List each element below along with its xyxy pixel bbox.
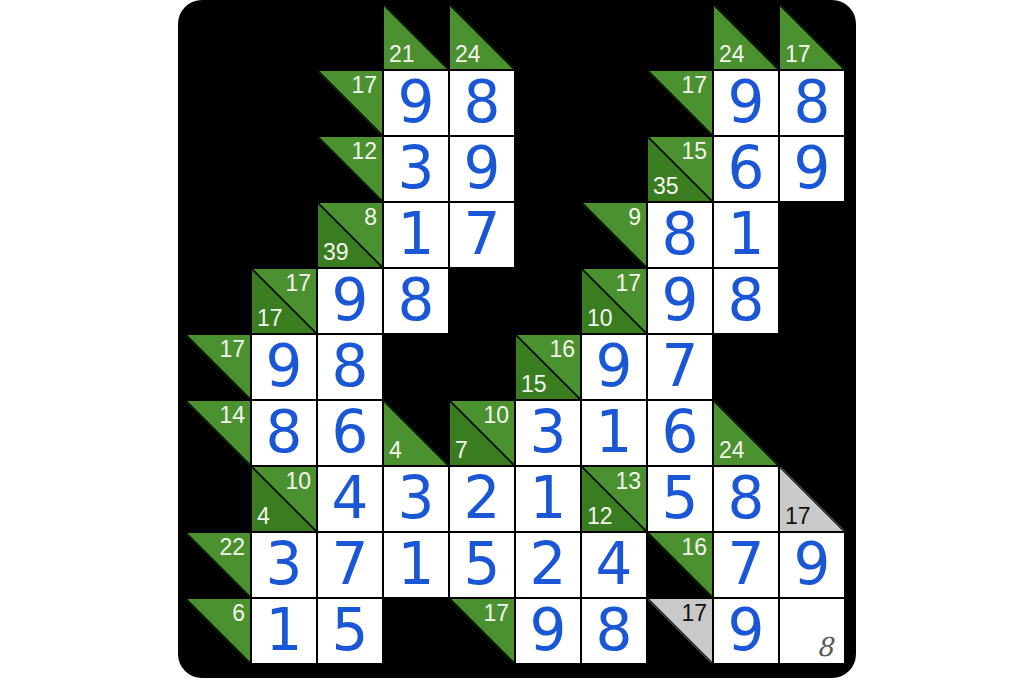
black-cell [185,202,251,268]
black-cell [185,268,251,334]
clue-cell: 104 [251,466,317,532]
filled-cell[interactable]: 8 [449,70,515,136]
clue-cell: 21 [383,4,449,70]
filled-cell[interactable]: 3 [251,532,317,598]
cell-digit: 9 [464,139,501,197]
across-clue-number: 9 [628,206,641,229]
clue-cell: 17 [185,334,251,400]
filled-cell[interactable]: 9 [713,598,779,664]
down-clue-number: 7 [455,439,468,462]
clue-cell: 1312 [581,466,647,532]
black-cell [251,70,317,136]
filled-cell[interactable]: 9 [383,70,449,136]
down-clue-number: 4 [389,439,402,462]
black-cell [185,4,251,70]
cell-digit: 1 [728,205,765,263]
cell-digit: 6 [662,403,699,461]
filled-cell[interactable]: 1 [251,598,317,664]
across-clue-number: 17 [681,602,707,625]
black-cell [515,268,581,334]
filled-cell[interactable]: 8 [779,70,845,136]
cell-digit: 7 [728,535,765,593]
clue-cell: 1717 [251,268,317,334]
cell-digit: 9 [728,73,765,131]
across-clue-number: 14 [219,404,245,427]
clue-cell: 17 [647,598,713,664]
clue-cell: 1710 [581,268,647,334]
cell-digit: 9 [794,139,831,197]
clue-cell: 16 [647,532,713,598]
kakuro-board: 2124241717981798123915356983917981171798… [178,0,856,678]
across-clue-number: 12 [351,140,377,163]
down-clue-number: 17 [785,505,811,528]
clue-cell: 1535 [647,136,713,202]
cell-digit: 8 [332,337,369,395]
filled-cell[interactable]: 9 [515,598,581,664]
cell-digit: 3 [530,403,567,461]
clue-cell: 4 [383,400,449,466]
pencil-mark: 8 [816,634,833,660]
cell-digit: 1 [530,469,567,527]
down-clue-number: 4 [257,505,270,528]
filled-cell[interactable]: 2 [449,466,515,532]
cell-digit: 9 [398,73,435,131]
cell-digit: 9 [266,337,303,395]
empty-cell[interactable]: 8 [779,598,845,664]
filled-cell[interactable]: 9 [449,136,515,202]
across-clue-number: 10 [285,470,311,493]
filled-cell[interactable]: 6 [647,400,713,466]
filled-cell[interactable]: 2 [515,532,581,598]
across-clue-number: 17 [615,272,641,295]
clue-cell: 9 [581,202,647,268]
cell-digit: 3 [398,139,435,197]
black-cell [779,334,845,400]
clue-cell: 24 [449,4,515,70]
cell-digit: 8 [728,271,765,329]
cell-digit: 1 [596,403,633,461]
black-cell [251,202,317,268]
clue-cell: 17 [449,598,515,664]
black-cell [383,334,449,400]
black-cell [581,4,647,70]
cell-digit: 9 [530,601,567,659]
black-cell [317,4,383,70]
filled-cell[interactable]: 6 [317,400,383,466]
filled-cell[interactable]: 9 [251,334,317,400]
cell-digit: 8 [662,205,699,263]
cell-digit: 5 [662,469,699,527]
filled-cell[interactable]: 1 [383,202,449,268]
cell-digit: 8 [464,73,501,131]
black-cell [647,4,713,70]
filled-cell[interactable]: 1 [515,466,581,532]
kakuro-grid: 2124241717981798123915356983917981171798… [185,4,845,664]
clue-cell: 6 [185,598,251,664]
filled-cell[interactable]: 6 [713,136,779,202]
clue-cell: 22 [185,532,251,598]
filled-cell[interactable]: 1 [713,202,779,268]
across-clue-number: 17 [285,272,311,295]
clue-cell: 17 [779,466,845,532]
filled-cell[interactable]: 7 [647,334,713,400]
cell-digit: 6 [728,139,765,197]
clue-cell: 17 [647,70,713,136]
down-clue-number: 10 [587,307,613,330]
filled-cell[interactable]: 8 [713,268,779,334]
black-cell [713,334,779,400]
across-clue-number: 6 [232,602,245,625]
black-cell [779,400,845,466]
clue-cell: 1615 [515,334,581,400]
across-clue-number: 15 [681,140,707,163]
filled-cell[interactable]: 3 [515,400,581,466]
down-clue-number: 17 [785,43,811,66]
filled-cell[interactable]: 8 [581,598,647,664]
down-clue-number: 21 [389,43,415,66]
cell-digit: 9 [662,271,699,329]
filled-cell[interactable]: 9 [647,268,713,334]
filled-cell[interactable]: 9 [779,532,845,598]
black-cell [779,268,845,334]
black-cell [185,136,251,202]
cell-digit: 8 [266,403,303,461]
filled-cell[interactable]: 3 [383,466,449,532]
cell-digit: 8 [728,469,765,527]
cell-digit: 5 [464,535,501,593]
filled-cell[interactable]: 5 [647,466,713,532]
filled-cell[interactable]: 9 [779,136,845,202]
cell-digit: 9 [794,535,831,593]
black-cell [449,334,515,400]
black-cell [251,4,317,70]
filled-cell[interactable]: 7 [317,532,383,598]
black-cell [251,136,317,202]
filled-cell[interactable]: 7 [449,202,515,268]
black-cell [515,136,581,202]
filled-cell[interactable]: 8 [713,466,779,532]
filled-cell[interactable]: 9 [581,334,647,400]
filled-cell[interactable]: 5 [449,532,515,598]
across-clue-number: 17 [351,74,377,97]
cell-digit: 7 [332,535,369,593]
cell-digit: 4 [596,535,633,593]
black-cell [581,70,647,136]
filled-cell[interactable]: 8 [383,268,449,334]
cell-digit: 4 [332,469,369,527]
cell-digit: 6 [332,403,369,461]
black-cell [383,598,449,664]
cell-digit: 7 [464,205,501,263]
across-clue-number: 8 [364,206,377,229]
clue-cell: 17 [317,70,383,136]
down-clue-number: 24 [719,439,745,462]
filled-cell[interactable]: 9 [713,70,779,136]
across-clue-number: 22 [219,536,245,559]
filled-cell[interactable]: 3 [383,136,449,202]
black-cell [515,70,581,136]
black-cell [515,202,581,268]
across-clue-number: 17 [681,74,707,97]
cell-digit: 8 [794,73,831,131]
clue-cell: 17 [779,4,845,70]
cell-digit: 9 [332,271,369,329]
filled-cell[interactable]: 8 [647,202,713,268]
black-cell [185,70,251,136]
across-clue-number: 10 [483,404,509,427]
cell-digit: 9 [596,337,633,395]
cell-digit: 8 [596,601,633,659]
filled-cell[interactable]: 5 [317,598,383,664]
filled-cell[interactable]: 4 [581,532,647,598]
across-clue-number: 16 [549,338,575,361]
black-cell [515,4,581,70]
cell-digit: 8 [398,271,435,329]
filled-cell[interactable]: 4 [317,466,383,532]
cell-digit: 3 [266,535,303,593]
black-cell [449,268,515,334]
down-clue-number: 12 [587,505,613,528]
down-clue-number: 35 [653,175,679,198]
down-clue-number: 17 [257,307,283,330]
black-cell [581,136,647,202]
cell-digit: 7 [662,337,699,395]
clue-cell: 24 [713,400,779,466]
across-clue-number: 17 [219,338,245,361]
cell-digit: 1 [398,205,435,263]
clue-cell: 14 [185,400,251,466]
down-clue-number: 39 [323,241,349,264]
cell-digit: 2 [464,469,501,527]
down-clue-number: 24 [455,43,481,66]
cell-digit: 3 [398,469,435,527]
across-clue-number: 16 [681,536,707,559]
black-cell [185,466,251,532]
filled-cell[interactable]: 1 [383,532,449,598]
clue-cell: 107 [449,400,515,466]
cell-digit: 1 [266,601,303,659]
clue-cell: 12 [317,136,383,202]
filled-cell[interactable]: 9 [317,268,383,334]
black-cell [779,202,845,268]
down-clue-number: 24 [719,43,745,66]
clue-cell: 24 [713,4,779,70]
cell-digit: 5 [332,601,369,659]
down-clue-number: 15 [521,373,547,396]
across-clue-number: 17 [483,602,509,625]
filled-cell[interactable]: 7 [713,532,779,598]
filled-cell[interactable]: 8 [317,334,383,400]
cell-digit: 2 [530,535,567,593]
clue-cell: 839 [317,202,383,268]
cell-digit: 1 [398,535,435,593]
filled-cell[interactable]: 8 [251,400,317,466]
cell-digit: 9 [728,601,765,659]
across-clue-number: 13 [615,470,641,493]
filled-cell[interactable]: 1 [581,400,647,466]
